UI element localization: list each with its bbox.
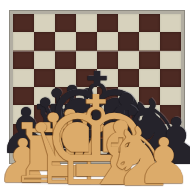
pieces-row: ♟♜♛♚♝♞♟♟♜♛♚♝♞♟ <box>0 0 190 188</box>
chess-set-photo: ♟♜♛♚♝♞♟♟♜♛♚♝♞♟ <box>0 0 190 188</box>
white-pawn-piece: ♟ <box>136 137 190 186</box>
